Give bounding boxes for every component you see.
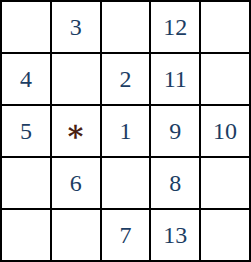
grid-cell-r3c1[interactable]: 5: [2, 106, 50, 156]
grid-cell-r3c3[interactable]: 1: [102, 106, 150, 156]
clue-number: 13: [163, 223, 187, 247]
grid-cell-r4c1[interactable]: [2, 158, 50, 208]
grid-cell-r4c2[interactable]: 6: [52, 158, 100, 208]
grid-cell-r3c5[interactable]: 10: [201, 106, 249, 156]
clue-number: 9: [169, 119, 181, 143]
clue-number: 1: [119, 119, 131, 143]
puzzle-grid: 31242115∗191068713: [0, 0, 251, 262]
grid-cell-r1c3[interactable]: [102, 2, 150, 52]
clue-number: 8: [169, 171, 181, 195]
grid-cell-r1c4[interactable]: 12: [151, 2, 199, 52]
grid-cell-r1c2[interactable]: 3: [52, 2, 100, 52]
grid-cell-r3c2[interactable]: ∗: [52, 106, 100, 156]
grid-cell-r2c5[interactable]: [201, 54, 249, 104]
grid-cell-r4c3[interactable]: [102, 158, 150, 208]
grid-cell-r5c1[interactable]: [2, 210, 50, 260]
grid-cell-r1c5[interactable]: [201, 2, 249, 52]
grid-cell-r2c4[interactable]: 11: [151, 54, 199, 104]
clue-number: 12: [163, 15, 187, 39]
clue-number: 7: [119, 223, 131, 247]
grid-cell-r5c5[interactable]: [201, 210, 249, 260]
grid-cell-r4c5[interactable]: [201, 158, 249, 208]
clue-number: 6: [70, 171, 82, 195]
grid-cell-r4c4[interactable]: 8: [151, 158, 199, 208]
clue-number: 3: [70, 15, 82, 39]
grid-cell-r5c4[interactable]: 13: [151, 210, 199, 260]
clue-number: 4: [20, 67, 32, 91]
grid-cell-r2c3[interactable]: 2: [102, 54, 150, 104]
grid-cell-r5c3[interactable]: 7: [102, 210, 150, 260]
clue-number: 10: [213, 119, 237, 143]
clue-number: 2: [119, 67, 131, 91]
clue-number: 5: [20, 119, 32, 143]
grid-cell-r5c2[interactable]: [52, 210, 100, 260]
grid-cell-r1c1[interactable]: [2, 2, 50, 52]
grid-cell-r2c1[interactable]: 4: [2, 54, 50, 104]
clue-number: 11: [164, 67, 187, 91]
grid-cell-r2c2[interactable]: [52, 54, 100, 104]
star-mark: ∗: [65, 116, 86, 146]
grid-cell-r3c4[interactable]: 9: [151, 106, 199, 156]
